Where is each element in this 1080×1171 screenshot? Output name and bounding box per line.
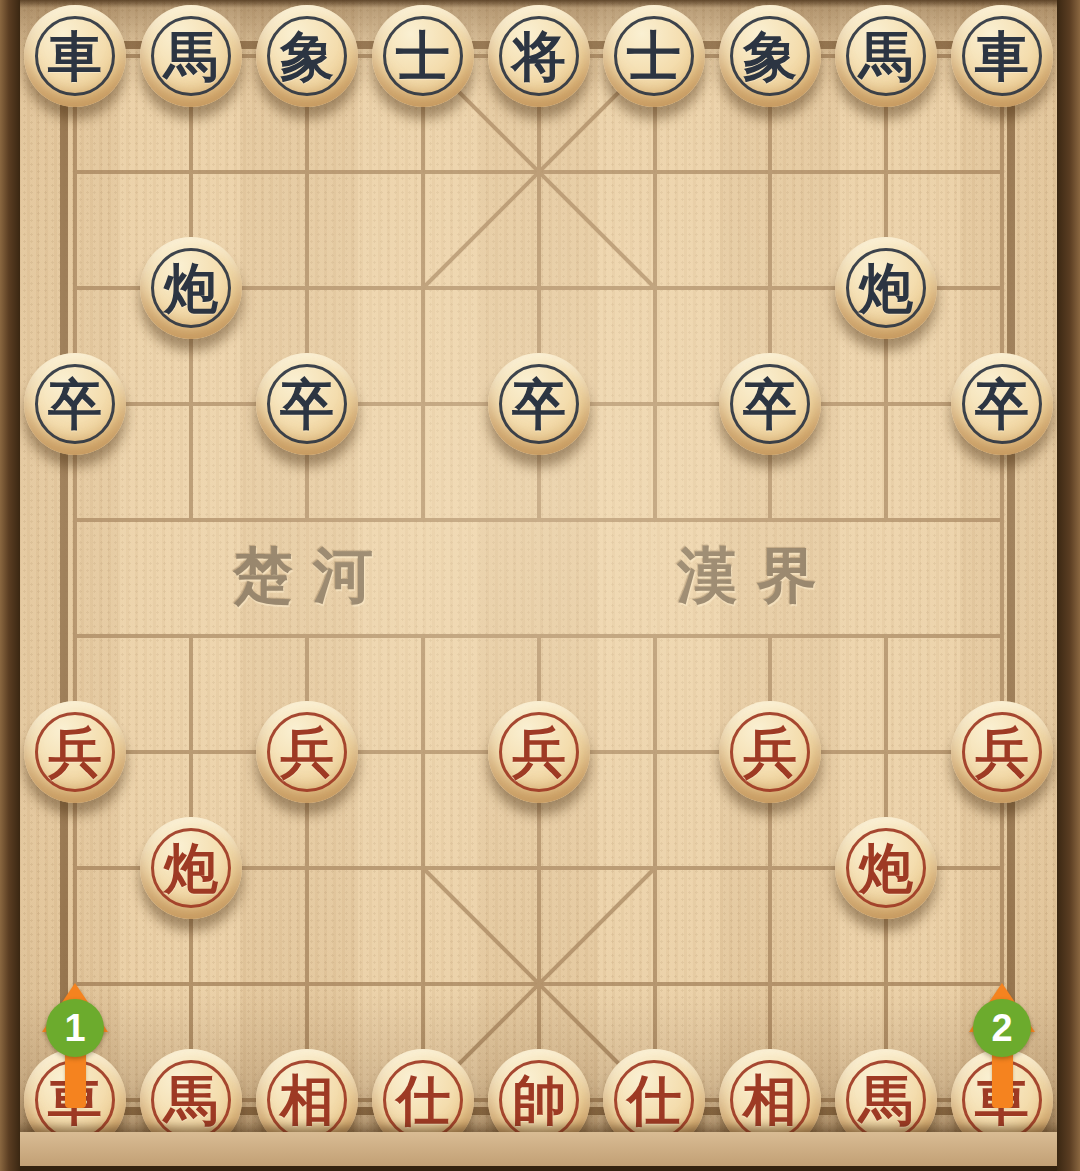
board-ledge [0, 1132, 1080, 1166]
piece-black-horse[interactable]: 馬 [140, 5, 242, 107]
piece-black-horse[interactable]: 馬 [835, 5, 937, 107]
piece-glyph: 卒 [975, 377, 1029, 431]
board-surface[interactable] [0, 0, 1080, 1171]
piece-glyph: 馬 [164, 1073, 218, 1127]
piece-glyph: 馬 [164, 29, 218, 83]
piece-glyph: 相 [743, 1073, 797, 1127]
piece-glyph: 車 [975, 29, 1029, 83]
piece-glyph: 帥 [512, 1073, 566, 1127]
piece-glyph: 馬 [859, 29, 913, 83]
piece-black-elephant[interactable]: 象 [719, 5, 821, 107]
piece-glyph: 卒 [743, 377, 797, 431]
piece-black-advisor[interactable]: 士 [372, 5, 474, 107]
piece-glyph: 炮 [859, 841, 913, 895]
piece-red-soldier[interactable]: 兵 [488, 701, 590, 803]
piece-glyph: 卒 [512, 377, 566, 431]
piece-black-general[interactable]: 将 [488, 5, 590, 107]
piece-glyph: 兵 [743, 725, 797, 779]
piece-black-soldier[interactable]: 卒 [951, 353, 1053, 455]
piece-black-soldier[interactable]: 卒 [24, 353, 126, 455]
piece-glyph: 卒 [48, 377, 102, 431]
piece-black-cannon[interactable]: 炮 [835, 237, 937, 339]
piece-glyph: 象 [743, 29, 797, 83]
piece-black-advisor[interactable]: 士 [603, 5, 705, 107]
piece-glyph: 士 [396, 29, 450, 83]
xiangqi-board: 楚河 漢界 車馬象士将士象馬車炮炮卒卒卒卒卒兵兵兵兵兵炮炮車馬相仕帥仕相馬車 1… [0, 0, 1080, 1171]
piece-glyph: 相 [280, 1073, 334, 1127]
piece-glyph: 炮 [859, 261, 913, 315]
piece-glyph: 炮 [164, 261, 218, 315]
piece-glyph: 仕 [396, 1073, 450, 1127]
piece-black-soldier[interactable]: 卒 [719, 353, 821, 455]
piece-glyph: 仕 [627, 1073, 681, 1127]
piece-glyph: 象 [280, 29, 334, 83]
piece-glyph: 兵 [280, 725, 334, 779]
piece-red-soldier[interactable]: 兵 [951, 701, 1053, 803]
piece-glyph: 車 [48, 29, 102, 83]
piece-red-soldier[interactable]: 兵 [719, 701, 821, 803]
piece-glyph: 将 [512, 29, 566, 83]
move-hint-badge: 1 [46, 999, 104, 1057]
piece-glyph: 兵 [512, 725, 566, 779]
piece-glyph: 兵 [975, 725, 1029, 779]
move-hint-number: 1 [64, 1009, 85, 1047]
piece-glyph: 兵 [48, 725, 102, 779]
piece-glyph: 馬 [859, 1073, 913, 1127]
piece-glyph: 卒 [280, 377, 334, 431]
piece-black-chariot[interactable]: 車 [951, 5, 1053, 107]
board-frame-bottom [0, 1166, 1080, 1171]
piece-glyph: 士 [627, 29, 681, 83]
piece-black-chariot[interactable]: 車 [24, 5, 126, 107]
board-frame-left [0, 0, 20, 1171]
piece-black-elephant[interactable]: 象 [256, 5, 358, 107]
piece-red-soldier[interactable]: 兵 [256, 701, 358, 803]
board-frame-right [1057, 0, 1080, 1171]
piece-glyph: 炮 [164, 841, 218, 895]
piece-black-soldier[interactable]: 卒 [488, 353, 590, 455]
piece-red-cannon[interactable]: 炮 [835, 817, 937, 919]
move-hint-badge: 2 [973, 999, 1031, 1057]
move-hint-number: 2 [991, 1009, 1012, 1047]
piece-red-cannon[interactable]: 炮 [140, 817, 242, 919]
piece-black-cannon[interactable]: 炮 [140, 237, 242, 339]
piece-red-soldier[interactable]: 兵 [24, 701, 126, 803]
piece-black-soldier[interactable]: 卒 [256, 353, 358, 455]
